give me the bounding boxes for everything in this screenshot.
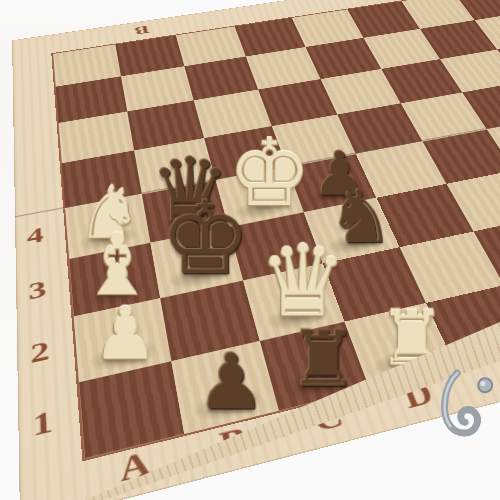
- dark-rook-c1[interactable]: ♜: [277, 322, 370, 396]
- file-label-b: B: [217, 422, 251, 462]
- metal-clasp-icon: [427, 362, 500, 453]
- white-rook-glyph: ♜: [378, 302, 446, 374]
- dark-rook-glyph: ♜: [289, 322, 359, 396]
- square-b1[interactable]: ♟: [171, 341, 279, 434]
- rank-label-3: 3: [28, 276, 47, 304]
- rank-label-2: 2: [30, 336, 50, 368]
- white-pawn-glyph: ♟: [93, 299, 158, 368]
- file-label-a: A: [118, 445, 153, 487]
- board-wooden-border: ♞♛♚♟♝♚♞♟♛♟♜♜ ABCD1234B8: [12, 0, 500, 500]
- dark-king-b3[interactable]: ♚: [160, 191, 243, 287]
- white-rook-d1[interactable]: ♜: [366, 302, 457, 374]
- square-a2[interactable]: ♟: [74, 298, 172, 382]
- far-edge-file-label: B: [134, 24, 151, 37]
- dark-pawn-b1[interactable]: ♟: [184, 346, 279, 419]
- white-pawn-a2[interactable]: ♟: [80, 299, 171, 368]
- file-label-c: C: [309, 399, 347, 437]
- rank-label-4: 4: [26, 223, 44, 248]
- chess-board-3d: ♞♛♚♟♝♚♞♟♛♟♜♜ ABCD1234B8: [12, 0, 500, 500]
- dark-pawn-glyph: ♟: [197, 346, 266, 419]
- chess-set-photo: ♞♛♚♟♝♚♞♟♛♟♜♜ ABCD1234B8: [0, 0, 500, 500]
- dark-king-glyph: ♚: [160, 191, 251, 287]
- rank-label-1: 1: [32, 405, 54, 442]
